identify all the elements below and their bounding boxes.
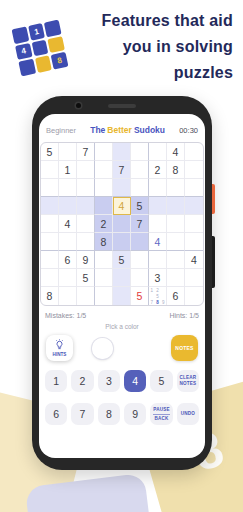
sudoku-cell[interactable] xyxy=(59,143,77,161)
sudoku-cell[interactable]: 1 xyxy=(59,161,77,179)
sudoku-cell[interactable] xyxy=(149,179,167,197)
sudoku-cell[interactable] xyxy=(149,215,167,233)
hints-counter: Hints: 1/5 xyxy=(169,312,199,319)
headline-line-1: Features that aid xyxy=(102,8,233,34)
logo-cell xyxy=(18,59,35,76)
sudoku-cell[interactable] xyxy=(131,251,149,269)
numpad-button-7[interactable]: 7 xyxy=(71,403,93,425)
sudoku-cell[interactable] xyxy=(113,233,131,251)
sudoku-cell[interactable] xyxy=(77,215,95,233)
sudoku-cell[interactable]: 5 xyxy=(131,287,149,305)
sudoku-cell[interactable]: 5 xyxy=(77,269,95,287)
sudoku-cell[interactable] xyxy=(185,197,203,215)
sudoku-cell[interactable] xyxy=(185,215,203,233)
difficulty-label: Beginner xyxy=(46,126,76,135)
logo-cell xyxy=(48,36,65,53)
numpad-button-2[interactable]: 2 xyxy=(71,370,93,392)
sudoku-cell[interactable] xyxy=(185,233,203,251)
pick-color-label: Pick a color xyxy=(39,323,205,330)
camera-dot xyxy=(76,103,81,108)
sudoku-cell[interactable]: 4 xyxy=(185,251,203,269)
sudoku-cell[interactable]: 4 xyxy=(113,197,131,215)
sudoku-cell[interactable] xyxy=(113,269,131,287)
sudoku-cell[interactable] xyxy=(59,197,77,215)
sudoku-cell[interactable] xyxy=(41,215,59,233)
headline: Features that aid you in solving puzzles xyxy=(102,8,233,86)
sudoku-cell[interactable]: 4 xyxy=(149,233,167,251)
sudoku-cell[interactable] xyxy=(41,269,59,287)
sudoku-cell[interactable] xyxy=(59,233,77,251)
sudoku-cell[interactable] xyxy=(131,269,149,287)
numpad-button-9[interactable]: 9 xyxy=(124,403,146,425)
app-title-the: The xyxy=(90,125,105,135)
sudoku-cell[interactable]: 5 xyxy=(41,143,59,161)
pause-back-button[interactable]: PAUSEBACK xyxy=(150,403,172,425)
sudoku-cell[interactable] xyxy=(95,269,113,287)
sudoku-cell[interactable]: 4 xyxy=(167,143,185,161)
sudoku-grid: 57417284542784695453851257896 xyxy=(40,142,204,306)
numpad-button-3[interactable]: 3 xyxy=(98,370,120,392)
sudoku-cell[interactable]: 4 xyxy=(59,215,77,233)
numpad-button-8[interactable]: 8 xyxy=(98,403,120,425)
sudoku-cell[interactable] xyxy=(167,215,185,233)
logo-cell xyxy=(44,20,61,37)
color-swatch-blue[interactable] xyxy=(92,338,113,359)
sudoku-cell[interactable]: 3 xyxy=(149,269,167,287)
notes-button-label: NOTES xyxy=(175,345,193,351)
sudoku-cell[interactable]: 2 xyxy=(95,215,113,233)
sudoku-cell[interactable] xyxy=(95,161,113,179)
logo-cell: 8 xyxy=(51,52,68,69)
sudoku-cell[interactable]: 7 xyxy=(113,161,131,179)
sudoku-cell[interactable] xyxy=(95,143,113,161)
sudoku-cell[interactable]: 7 xyxy=(131,215,149,233)
sudoku-cell[interactable] xyxy=(113,287,131,305)
sudoku-cell[interactable] xyxy=(41,251,59,269)
headline-line-3: puzzles xyxy=(102,60,233,86)
sudoku-cell[interactable] xyxy=(95,179,113,197)
sudoku-cell[interactable] xyxy=(185,287,203,305)
sudoku-cell[interactable] xyxy=(131,143,149,161)
sudoku-cell[interactable] xyxy=(59,179,77,197)
app-title-better: Better xyxy=(107,125,132,135)
sudoku-cell[interactable] xyxy=(167,269,185,287)
sudoku-cell[interactable] xyxy=(149,197,167,215)
sudoku-cell[interactable] xyxy=(149,251,167,269)
headline-line-2: you in solving xyxy=(102,34,233,60)
numpad: 12345CLEARNOTES6789PAUSEBACKUNDO xyxy=(45,370,199,425)
sudoku-cell[interactable] xyxy=(77,233,95,251)
sudoku-cell[interactable] xyxy=(95,251,113,269)
sudoku-cell[interactable] xyxy=(167,251,185,269)
sudoku-cell[interactable] xyxy=(185,143,203,161)
sudoku-cell[interactable] xyxy=(113,215,131,233)
numpad-button-6[interactable]: 6 xyxy=(45,403,67,425)
sudoku-cell[interactable]: 125789 xyxy=(149,287,167,305)
sudoku-cell[interactable]: 9 xyxy=(77,251,95,269)
logo-cell: 4 xyxy=(15,43,32,60)
sudoku-cell[interactable]: 8 xyxy=(95,233,113,251)
sudoku-cell[interactable] xyxy=(113,143,131,161)
sudoku-cell[interactable] xyxy=(185,269,203,287)
notes-mini-grid: 125789 xyxy=(149,287,166,305)
volume-button xyxy=(212,236,215,288)
sudoku-cell[interactable] xyxy=(77,161,95,179)
game-topbar: Beginner The Better Sudoku 00:30 xyxy=(39,114,205,142)
sudoku-cell[interactable] xyxy=(41,197,59,215)
sudoku-cell[interactable]: 2 xyxy=(149,161,167,179)
sudoku-cell[interactable] xyxy=(41,161,59,179)
sudoku-cell[interactable] xyxy=(185,161,203,179)
app-title-sudoku: Sudoku xyxy=(134,125,165,135)
sudoku-cell[interactable] xyxy=(77,197,95,215)
sudoku-cell[interactable] xyxy=(113,179,131,197)
numpad-button-1[interactable]: 1 xyxy=(45,370,67,392)
timer-label: 00:30 xyxy=(179,126,198,135)
sudoku-cell[interactable] xyxy=(167,233,185,251)
logo-cell xyxy=(31,39,48,56)
logo-cell xyxy=(35,56,52,73)
notes-button[interactable]: NOTES xyxy=(171,335,198,361)
sudoku-cell[interactable]: 8 xyxy=(41,287,59,305)
sudoku-cell[interactable] xyxy=(77,287,95,305)
hints-button-label: HINTS xyxy=(53,352,67,357)
sudoku-cell[interactable] xyxy=(41,233,59,251)
sudoku-cell[interactable]: 7 xyxy=(77,143,95,161)
power-button xyxy=(212,184,215,214)
sudoku-cell[interactable]: 8 xyxy=(167,161,185,179)
sudoku-cell[interactable] xyxy=(167,197,185,215)
phone-screen: Beginner The Better Sudoku 00:30 5741728… xyxy=(39,114,205,458)
sudoku-cell[interactable] xyxy=(167,179,185,197)
logo-cell: 1 xyxy=(28,23,45,40)
sudoku-cell[interactable] xyxy=(185,179,203,197)
sudoku-cell[interactable] xyxy=(149,143,167,161)
controls-row: HINTS NOTES xyxy=(39,334,205,362)
logo-cell xyxy=(12,26,29,43)
app-logo-icon: 148 xyxy=(12,20,69,77)
speaker-slot xyxy=(108,104,136,108)
mistakes-counter: Mistakes: 1/5 xyxy=(45,312,86,319)
undo-button[interactable]: UNDO xyxy=(177,403,199,425)
clear-notes-button[interactable]: CLEARNOTES xyxy=(177,370,199,392)
sudoku-cell[interactable] xyxy=(131,161,149,179)
sudoku-cell[interactable]: 6 xyxy=(59,251,77,269)
color-swatch-yellow[interactable] xyxy=(131,338,152,359)
hints-button[interactable]: HINTS xyxy=(46,335,73,361)
sudoku-cell[interactable]: 6 xyxy=(167,287,185,305)
sudoku-cell[interactable]: 5 xyxy=(113,251,131,269)
phone-frame: Beginner The Better Sudoku 00:30 5741728… xyxy=(32,96,212,470)
status-row: Mistakes: 1/5 Hints: 1/5 xyxy=(39,306,205,321)
sudoku-cell[interactable] xyxy=(95,197,113,215)
sudoku-cell[interactable] xyxy=(131,179,149,197)
sudoku-cell[interactable] xyxy=(59,269,77,287)
sudoku-cell[interactable] xyxy=(59,287,77,305)
numpad-button-5[interactable]: 5 xyxy=(150,370,172,392)
app-title: The Better Sudoku xyxy=(90,125,165,135)
sudoku-cell[interactable] xyxy=(95,287,113,305)
lightbulb-icon xyxy=(54,339,65,351)
sudoku-cell[interactable]: 5 xyxy=(131,197,149,215)
sudoku-cell[interactable] xyxy=(41,179,59,197)
sudoku-cell[interactable] xyxy=(131,233,149,251)
numpad-button-4[interactable]: 4 xyxy=(124,370,146,392)
sudoku-cell[interactable] xyxy=(77,179,95,197)
